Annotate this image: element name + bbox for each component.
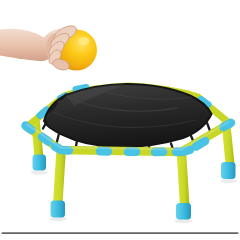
trampoline-mesh — [44, 84, 212, 147]
ball-highlight — [79, 37, 90, 45]
leg-foot-cap — [176, 203, 191, 220]
leg-foot-cap — [51, 201, 66, 218]
rail-blue-band — [196, 141, 205, 147]
photo-edge-line — [2, 232, 239, 234]
leg-foot-cap — [33, 155, 47, 171]
photo-canvas — [0, 0, 240, 240]
toy-trampoline — [26, 84, 238, 223]
product-photo — [0, 0, 240, 240]
trampoline-leg-front-left — [51, 148, 67, 218]
leg-foot-cap — [221, 162, 236, 179]
trampoline-leg-front-right — [176, 150, 191, 220]
hand-with-ball — [0, 23, 97, 72]
